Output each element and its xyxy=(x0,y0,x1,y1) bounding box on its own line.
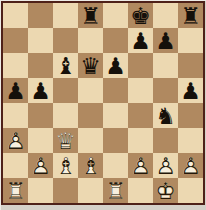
square-h1[interactable] xyxy=(178,178,203,203)
square-b6[interactable] xyxy=(28,53,53,78)
piece-black-pawn[interactable]: ♟ xyxy=(128,28,153,53)
square-h8[interactable]: ♜ xyxy=(178,3,203,28)
piece-white-rook[interactable]: ♖ xyxy=(3,178,28,203)
piece-black-rook[interactable]: ♜ xyxy=(178,3,203,28)
piece-black-pawn[interactable]: ♟ xyxy=(3,78,28,103)
square-c7[interactable] xyxy=(53,28,78,53)
square-b2[interactable]: ♟♙ xyxy=(28,153,53,178)
piece-white-king[interactable]: ♔ xyxy=(153,178,178,203)
piece-black-pawn[interactable]: ♟ xyxy=(178,78,203,103)
square-e5[interactable] xyxy=(103,78,128,103)
square-g5[interactable] xyxy=(153,78,178,103)
piece-white-pawn[interactable]: ♙ xyxy=(178,153,203,178)
square-b8[interactable] xyxy=(28,3,53,28)
piece-white-queen[interactable]: ♕ xyxy=(53,128,78,153)
piece-white-pawn[interactable]: ♙ xyxy=(28,153,53,178)
chess-app-window: ♜♚♜♟♟♝♛♟♟♟♟♞♟♙♛♕♟♙♝♗♝♗♟♙♟♙♟♙♜♖♜♖♚♔ xyxy=(0,0,206,210)
square-f2[interactable]: ♟♙ xyxy=(128,153,153,178)
square-e7[interactable] xyxy=(103,28,128,53)
square-b1[interactable] xyxy=(28,178,53,203)
square-b3[interactable] xyxy=(28,128,53,153)
square-c4[interactable] xyxy=(53,103,78,128)
square-d2[interactable]: ♝♗ xyxy=(78,153,103,178)
piece-black-rook[interactable]: ♜ xyxy=(78,3,103,28)
square-d7[interactable] xyxy=(78,28,103,53)
square-e6[interactable]: ♟ xyxy=(103,53,128,78)
square-a5[interactable]: ♟ xyxy=(3,78,28,103)
square-c2[interactable]: ♝♗ xyxy=(53,153,78,178)
square-f8[interactable]: ♚ xyxy=(128,3,153,28)
board-frame: ♜♚♜♟♟♝♛♟♟♟♟♞♟♙♛♕♟♙♝♗♝♗♟♙♟♙♟♙♜♖♜♖♚♔ xyxy=(1,1,205,205)
square-g3[interactable] xyxy=(153,128,178,153)
square-f3[interactable] xyxy=(128,128,153,153)
piece-black-pawn[interactable]: ♟ xyxy=(28,78,53,103)
square-h7[interactable] xyxy=(178,28,203,53)
square-f6[interactable] xyxy=(128,53,153,78)
piece-black-queen[interactable]: ♛ xyxy=(78,53,103,78)
piece-white-bishop[interactable]: ♗ xyxy=(53,153,78,178)
piece-white-rook[interactable]: ♖ xyxy=(103,178,128,203)
piece-black-bishop[interactable]: ♝ xyxy=(53,53,78,78)
square-e1[interactable]: ♜♖ xyxy=(103,178,128,203)
square-c5[interactable] xyxy=(53,78,78,103)
square-f5[interactable] xyxy=(128,78,153,103)
square-h3[interactable] xyxy=(178,128,203,153)
square-a2[interactable] xyxy=(3,153,28,178)
piece-white-pawn[interactable]: ♙ xyxy=(128,153,153,178)
square-f4[interactable] xyxy=(128,103,153,128)
square-e4[interactable] xyxy=(103,103,128,128)
piece-black-pawn[interactable]: ♟ xyxy=(103,53,128,78)
square-a6[interactable] xyxy=(3,53,28,78)
square-a8[interactable] xyxy=(3,3,28,28)
square-g4[interactable]: ♞ xyxy=(153,103,178,128)
square-a1[interactable]: ♜♖ xyxy=(3,178,28,203)
square-h6[interactable] xyxy=(178,53,203,78)
square-g6[interactable] xyxy=(153,53,178,78)
square-c6[interactable]: ♝ xyxy=(53,53,78,78)
square-d6[interactable]: ♛ xyxy=(78,53,103,78)
square-b4[interactable] xyxy=(28,103,53,128)
square-d5[interactable] xyxy=(78,78,103,103)
square-c1[interactable] xyxy=(53,178,78,203)
square-h4[interactable] xyxy=(178,103,203,128)
chess-board: ♜♚♜♟♟♝♛♟♟♟♟♞♟♙♛♕♟♙♝♗♝♗♟♙♟♙♟♙♜♖♜♖♚♔ xyxy=(3,3,203,203)
square-f7[interactable]: ♟ xyxy=(128,28,153,53)
square-h2[interactable]: ♟♙ xyxy=(178,153,203,178)
piece-white-pawn[interactable]: ♙ xyxy=(153,153,178,178)
square-d1[interactable] xyxy=(78,178,103,203)
square-c3[interactable]: ♛♕ xyxy=(53,128,78,153)
piece-black-king[interactable]: ♚ xyxy=(128,3,153,28)
piece-white-pawn[interactable]: ♙ xyxy=(3,128,28,153)
square-g2[interactable]: ♟♙ xyxy=(153,153,178,178)
square-c8[interactable] xyxy=(53,3,78,28)
square-h5[interactable]: ♟ xyxy=(178,78,203,103)
square-f1[interactable] xyxy=(128,178,153,203)
square-b5[interactable]: ♟ xyxy=(28,78,53,103)
square-g7[interactable]: ♟ xyxy=(153,28,178,53)
square-d3[interactable] xyxy=(78,128,103,153)
piece-black-knight[interactable]: ♞ xyxy=(153,103,178,128)
square-a4[interactable] xyxy=(3,103,28,128)
square-e3[interactable] xyxy=(103,128,128,153)
square-e2[interactable] xyxy=(103,153,128,178)
piece-white-bishop[interactable]: ♗ xyxy=(78,153,103,178)
square-b7[interactable] xyxy=(28,28,53,53)
square-a7[interactable] xyxy=(3,28,28,53)
square-e8[interactable] xyxy=(103,3,128,28)
square-a3[interactable]: ♟♙ xyxy=(3,128,28,153)
square-d8[interactable]: ♜ xyxy=(78,3,103,28)
square-g8[interactable] xyxy=(153,3,178,28)
square-g1[interactable]: ♚♔ xyxy=(153,178,178,203)
piece-black-pawn[interactable]: ♟ xyxy=(153,28,178,53)
square-d4[interactable] xyxy=(78,103,103,128)
